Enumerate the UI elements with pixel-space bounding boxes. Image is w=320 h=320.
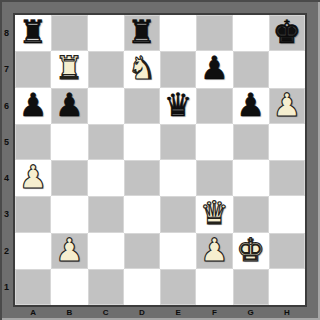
square-a4[interactable]: ♟ xyxy=(15,160,51,196)
square-d6[interactable] xyxy=(124,88,160,124)
rank-label-6: 6 xyxy=(0,101,13,111)
piece-white-pawn[interactable]: ♟ xyxy=(273,89,302,121)
square-a7[interactable] xyxy=(15,51,51,87)
piece-white-pawn[interactable]: ♟ xyxy=(55,234,84,266)
square-a3[interactable] xyxy=(15,196,51,232)
square-f7[interactable]: ♟ xyxy=(196,51,232,87)
square-c5[interactable] xyxy=(88,124,124,160)
square-d5[interactable] xyxy=(124,124,160,160)
piece-black-pawn[interactable]: ♟ xyxy=(19,89,48,121)
rank-label-3: 3 xyxy=(0,209,13,219)
square-c3[interactable] xyxy=(88,196,124,232)
rank-label-5: 5 xyxy=(0,137,13,147)
square-b3[interactable] xyxy=(51,196,87,232)
square-b1[interactable] xyxy=(51,269,87,305)
square-a8[interactable]: ♜ xyxy=(15,15,51,51)
square-f1[interactable] xyxy=(196,269,232,305)
square-b6[interactable]: ♟ xyxy=(51,88,87,124)
square-c4[interactable] xyxy=(88,160,124,196)
file-label-h: H xyxy=(279,307,295,318)
square-d4[interactable] xyxy=(124,160,160,196)
board-frame: ♜♜♚♜♞♟♟♟♛♟♟♟♛♟♟♚ 87654321 ABCDEFGH xyxy=(0,0,320,320)
square-f8[interactable] xyxy=(196,15,232,51)
piece-black-queen[interactable]: ♛ xyxy=(164,89,193,121)
square-b5[interactable] xyxy=(51,124,87,160)
rank-label-1: 1 xyxy=(0,282,13,292)
piece-white-rook[interactable]: ♜ xyxy=(55,52,84,84)
file-label-a: A xyxy=(25,307,41,318)
square-g7[interactable] xyxy=(233,51,269,87)
square-g8[interactable] xyxy=(233,15,269,51)
square-h6[interactable]: ♟ xyxy=(269,88,305,124)
square-f2[interactable]: ♟ xyxy=(196,233,232,269)
square-b4[interactable] xyxy=(51,160,87,196)
square-h1[interactable] xyxy=(269,269,305,305)
square-e1[interactable] xyxy=(160,269,196,305)
piece-white-pawn[interactable]: ♟ xyxy=(200,234,229,266)
square-c7[interactable] xyxy=(88,51,124,87)
file-label-c: C xyxy=(98,307,114,318)
square-b2[interactable]: ♟ xyxy=(51,233,87,269)
square-b8[interactable] xyxy=(51,15,87,51)
square-g2[interactable]: ♚ xyxy=(233,233,269,269)
piece-black-king[interactable]: ♚ xyxy=(273,16,302,48)
file-label-f: F xyxy=(206,307,222,318)
square-e3[interactable] xyxy=(160,196,196,232)
file-label-e: E xyxy=(170,307,186,318)
rank-label-7: 7 xyxy=(0,64,13,74)
piece-white-knight[interactable]: ♞ xyxy=(128,52,157,84)
square-a6[interactable]: ♟ xyxy=(15,88,51,124)
square-c6[interactable] xyxy=(88,88,124,124)
square-g6[interactable]: ♟ xyxy=(233,88,269,124)
piece-white-king[interactable]: ♚ xyxy=(236,234,265,266)
square-e4[interactable] xyxy=(160,160,196,196)
square-g1[interactable] xyxy=(233,269,269,305)
square-c2[interactable] xyxy=(88,233,124,269)
square-c8[interactable] xyxy=(88,15,124,51)
rank-label-8: 8 xyxy=(0,28,13,38)
square-a2[interactable] xyxy=(15,233,51,269)
piece-black-pawn[interactable]: ♟ xyxy=(55,89,84,121)
piece-black-pawn[interactable]: ♟ xyxy=(200,52,229,84)
square-h5[interactable] xyxy=(269,124,305,160)
square-g4[interactable] xyxy=(233,160,269,196)
square-g5[interactable] xyxy=(233,124,269,160)
file-label-b: B xyxy=(61,307,77,318)
square-a5[interactable] xyxy=(15,124,51,160)
piece-white-queen[interactable]: ♛ xyxy=(200,197,229,229)
square-e8[interactable] xyxy=(160,15,196,51)
square-e6[interactable]: ♛ xyxy=(160,88,196,124)
square-d2[interactable] xyxy=(124,233,160,269)
square-f5[interactable] xyxy=(196,124,232,160)
square-f6[interactable] xyxy=(196,88,232,124)
square-a1[interactable] xyxy=(15,269,51,305)
square-g3[interactable] xyxy=(233,196,269,232)
square-h4[interactable] xyxy=(269,160,305,196)
board-edge: ♜♜♚♜♞♟♟♟♛♟♟♟♛♟♟♚ xyxy=(13,13,307,307)
square-d7[interactable]: ♞ xyxy=(124,51,160,87)
square-h3[interactable] xyxy=(269,196,305,232)
piece-black-rook[interactable]: ♜ xyxy=(19,16,48,48)
square-e7[interactable] xyxy=(160,51,196,87)
piece-black-pawn[interactable]: ♟ xyxy=(236,89,265,121)
square-h7[interactable] xyxy=(269,51,305,87)
rank-label-4: 4 xyxy=(0,173,13,183)
square-f4[interactable] xyxy=(196,160,232,196)
square-h8[interactable]: ♚ xyxy=(269,15,305,51)
chess-board: ♜♜♚♜♞♟♟♟♛♟♟♟♛♟♟♚ xyxy=(15,15,305,305)
piece-white-pawn[interactable]: ♟ xyxy=(19,161,48,193)
square-d1[interactable] xyxy=(124,269,160,305)
square-h2[interactable] xyxy=(269,233,305,269)
rank-label-2: 2 xyxy=(0,246,13,256)
square-e2[interactable] xyxy=(160,233,196,269)
square-d8[interactable]: ♜ xyxy=(124,15,160,51)
square-b7[interactable]: ♜ xyxy=(51,51,87,87)
file-label-d: D xyxy=(134,307,150,318)
square-f3[interactable]: ♛ xyxy=(196,196,232,232)
square-e5[interactable] xyxy=(160,124,196,160)
piece-black-rook[interactable]: ♜ xyxy=(128,16,157,48)
square-c1[interactable] xyxy=(88,269,124,305)
square-d3[interactable] xyxy=(124,196,160,232)
file-label-g: G xyxy=(243,307,259,318)
